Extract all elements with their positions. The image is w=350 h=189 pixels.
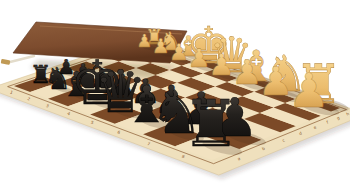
chess-set-photo: 12345678abcdefgh♜♟♞♟♝♟♚♟♛♟♟♟♝♜♟♟♞♞♟♟♝♜♟♚… xyxy=(0,0,350,189)
white-pawn-g2: ♟ xyxy=(152,34,170,58)
white-pawn-a2: ♟ xyxy=(288,63,330,118)
white-pawn-h2: ♟ xyxy=(136,30,152,51)
black-rook-a8: ♜ xyxy=(182,86,240,161)
product-photo: 12345678abcdefgh♜♟♞♟♝♟♚♟♛♟♟♟♝♜♟♟♞♞♟♟♝♜♟♚… xyxy=(0,0,350,189)
white-pawn-e2: ♟ xyxy=(187,43,210,73)
